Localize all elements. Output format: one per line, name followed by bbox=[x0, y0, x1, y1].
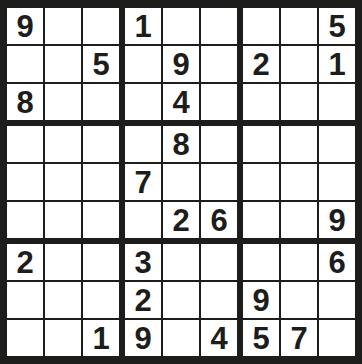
cell-r8c6[interactable] bbox=[201, 282, 237, 318]
cell-r8c5[interactable] bbox=[163, 282, 199, 318]
cell-r4c1[interactable] bbox=[7, 126, 43, 162]
cell-r2c4[interactable] bbox=[125, 46, 161, 82]
cell-r7c3[interactable] bbox=[83, 244, 119, 280]
cell-r7c6[interactable] bbox=[201, 244, 237, 280]
cell-r8c9[interactable] bbox=[319, 282, 355, 318]
sudoku-puzzle: 915592184872692362919457 bbox=[0, 0, 362, 364]
cell-r3c8[interactable] bbox=[281, 84, 317, 120]
cell-r6c4[interactable] bbox=[125, 202, 161, 238]
cell-r5c7[interactable] bbox=[243, 164, 279, 200]
cell-r9c9[interactable] bbox=[319, 320, 355, 356]
cell-r9c8: 7 bbox=[281, 320, 317, 356]
cell-r9c2[interactable] bbox=[45, 320, 81, 356]
cell-r5c6[interactable] bbox=[201, 164, 237, 200]
cell-r1c4: 1 bbox=[125, 8, 161, 44]
cell-r9c6: 4 bbox=[201, 320, 237, 356]
cell-r5c3[interactable] bbox=[83, 164, 119, 200]
cell-r8c1[interactable] bbox=[7, 282, 43, 318]
cell-r9c1[interactable] bbox=[7, 320, 43, 356]
cell-r4c5: 8 bbox=[163, 126, 199, 162]
cell-r1c6[interactable] bbox=[201, 8, 237, 44]
cell-r7c9: 6 bbox=[319, 244, 355, 280]
cell-r6c5: 2 bbox=[163, 202, 199, 238]
cell-r8c4: 2 bbox=[125, 282, 161, 318]
cell-r6c1[interactable] bbox=[7, 202, 43, 238]
cell-r7c5[interactable] bbox=[163, 244, 199, 280]
cell-r2c3: 5 bbox=[83, 46, 119, 82]
cell-r1c1: 9 bbox=[7, 8, 43, 44]
cell-r4c8[interactable] bbox=[281, 126, 317, 162]
cell-r6c3[interactable] bbox=[83, 202, 119, 238]
cell-r3c1: 8 bbox=[7, 84, 43, 120]
cell-r5c8[interactable] bbox=[281, 164, 317, 200]
cell-r9c4: 9 bbox=[125, 320, 161, 356]
cell-r4c4[interactable] bbox=[125, 126, 161, 162]
cell-r6c9: 9 bbox=[319, 202, 355, 238]
cell-r2c7: 2 bbox=[243, 46, 279, 82]
cell-r8c8[interactable] bbox=[281, 282, 317, 318]
cell-r6c7[interactable] bbox=[243, 202, 279, 238]
cell-r3c2[interactable] bbox=[45, 84, 81, 120]
cell-r3c5: 4 bbox=[163, 84, 199, 120]
cell-r6c2[interactable] bbox=[45, 202, 81, 238]
cell-r1c3[interactable] bbox=[83, 8, 119, 44]
cell-r1c5[interactable] bbox=[163, 8, 199, 44]
cell-r4c6[interactable] bbox=[201, 126, 237, 162]
cell-r5c9[interactable] bbox=[319, 164, 355, 200]
cell-r5c2[interactable] bbox=[45, 164, 81, 200]
cell-r3c7[interactable] bbox=[243, 84, 279, 120]
cell-r3c3[interactable] bbox=[83, 84, 119, 120]
cell-r3c9[interactable] bbox=[319, 84, 355, 120]
sudoku-board: 915592184872692362919457 bbox=[0, 0, 362, 364]
cell-r7c4: 3 bbox=[125, 244, 161, 280]
cell-r1c7[interactable] bbox=[243, 8, 279, 44]
cell-r3c6[interactable] bbox=[201, 84, 237, 120]
cell-r1c2[interactable] bbox=[45, 8, 81, 44]
cell-r4c9[interactable] bbox=[319, 126, 355, 162]
cell-r7c8[interactable] bbox=[281, 244, 317, 280]
cell-r7c2[interactable] bbox=[45, 244, 81, 280]
cell-r8c7: 9 bbox=[243, 282, 279, 318]
cell-r5c4: 7 bbox=[125, 164, 161, 200]
cell-r2c9: 1 bbox=[319, 46, 355, 82]
cell-r2c6[interactable] bbox=[201, 46, 237, 82]
cell-r8c3[interactable] bbox=[83, 282, 119, 318]
cell-r2c8[interactable] bbox=[281, 46, 317, 82]
cell-r1c8[interactable] bbox=[281, 8, 317, 44]
cell-r2c5: 9 bbox=[163, 46, 199, 82]
cell-r7c7[interactable] bbox=[243, 244, 279, 280]
cell-r4c7[interactable] bbox=[243, 126, 279, 162]
cell-r2c1[interactable] bbox=[7, 46, 43, 82]
cell-r6c8[interactable] bbox=[281, 202, 317, 238]
cell-r8c2[interactable] bbox=[45, 282, 81, 318]
cell-r3c4[interactable] bbox=[125, 84, 161, 120]
cell-r4c2[interactable] bbox=[45, 126, 81, 162]
cell-r9c5[interactable] bbox=[163, 320, 199, 356]
cell-r6c6: 6 bbox=[201, 202, 237, 238]
cell-r5c5[interactable] bbox=[163, 164, 199, 200]
cell-r5c1[interactable] bbox=[7, 164, 43, 200]
cell-r9c7: 5 bbox=[243, 320, 279, 356]
cell-r2c2[interactable] bbox=[45, 46, 81, 82]
cell-r7c1: 2 bbox=[7, 244, 43, 280]
cell-r9c3: 1 bbox=[83, 320, 119, 356]
cell-r1c9: 5 bbox=[319, 8, 355, 44]
cell-r4c3[interactable] bbox=[83, 126, 119, 162]
